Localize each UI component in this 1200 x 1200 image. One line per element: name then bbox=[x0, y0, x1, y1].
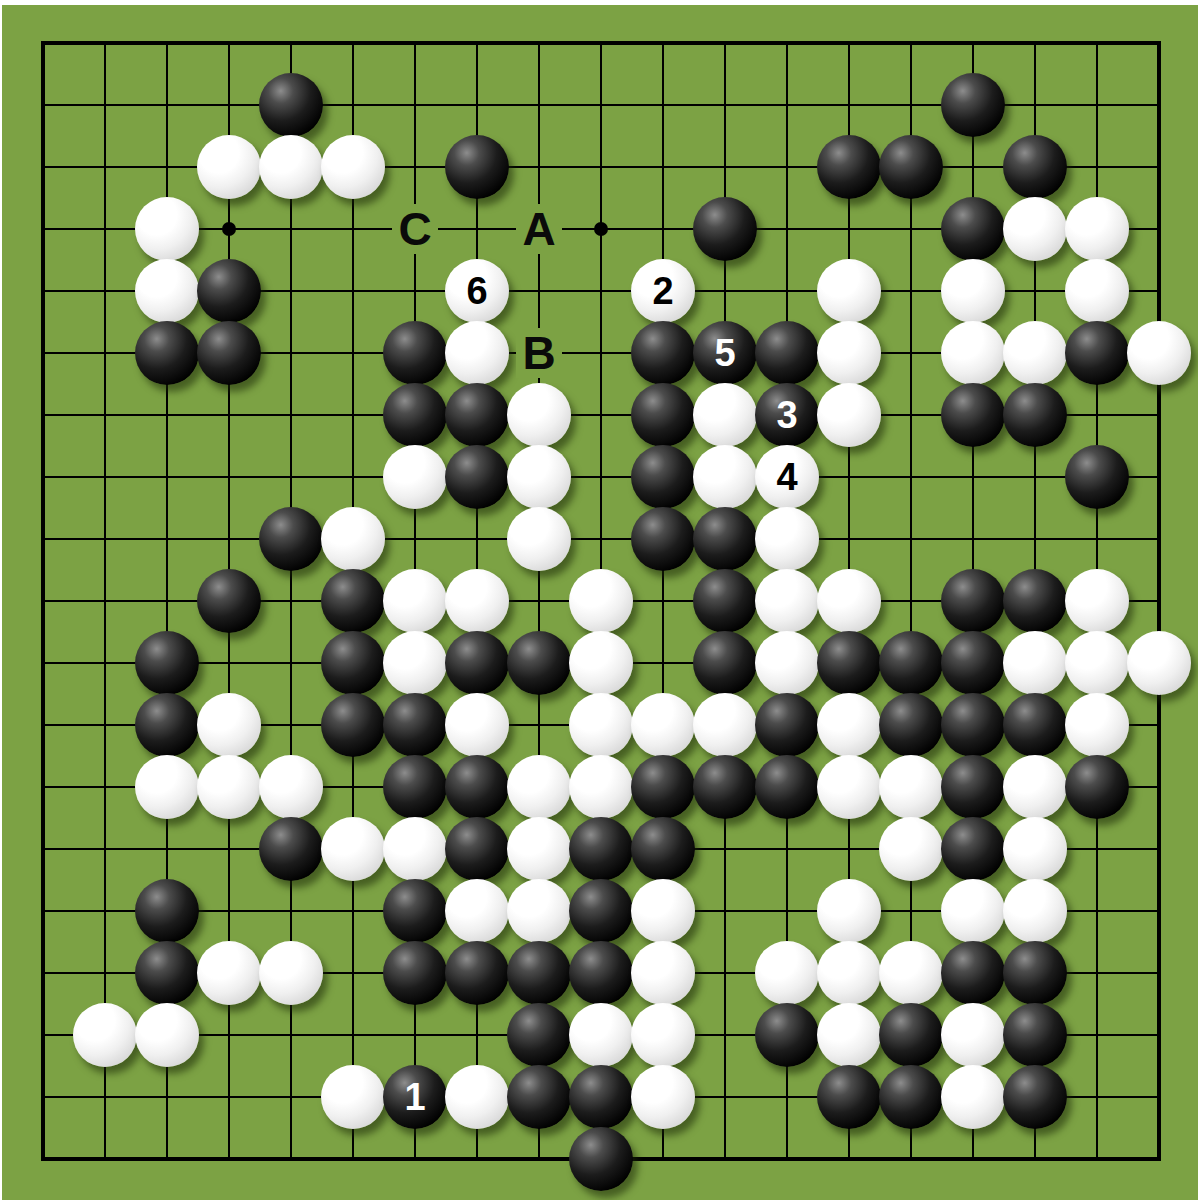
white-stone bbox=[631, 1065, 695, 1129]
black-stone bbox=[693, 321, 757, 385]
black-stone bbox=[445, 755, 509, 819]
white-stone bbox=[631, 693, 695, 757]
black-stone bbox=[507, 941, 571, 1005]
black-stone bbox=[445, 631, 509, 695]
black-stone bbox=[631, 445, 695, 509]
black-stone bbox=[135, 941, 199, 1005]
black-stone bbox=[631, 817, 695, 881]
white-stone bbox=[1127, 631, 1191, 695]
black-stone bbox=[755, 321, 819, 385]
black-stone bbox=[941, 941, 1005, 1005]
black-stone bbox=[693, 507, 757, 571]
white-stone bbox=[73, 1003, 137, 1067]
black-stone bbox=[755, 383, 819, 447]
black-stone bbox=[941, 693, 1005, 757]
black-stone bbox=[631, 321, 695, 385]
black-stone bbox=[631, 755, 695, 819]
white-stone bbox=[1127, 321, 1191, 385]
black-stone bbox=[879, 135, 943, 199]
black-stone bbox=[693, 197, 757, 261]
black-stone bbox=[1003, 1003, 1067, 1067]
star-point bbox=[594, 222, 608, 236]
black-stone bbox=[879, 631, 943, 695]
white-stone bbox=[507, 383, 571, 447]
black-stone bbox=[941, 755, 1005, 819]
white-stone bbox=[445, 693, 509, 757]
black-stone bbox=[1003, 569, 1067, 633]
white-stone bbox=[817, 383, 881, 447]
white-stone bbox=[507, 817, 571, 881]
black-stone bbox=[569, 1127, 633, 1191]
black-stone bbox=[383, 321, 447, 385]
white-stone bbox=[693, 445, 757, 509]
white-stone bbox=[693, 693, 757, 757]
black-stone bbox=[259, 73, 323, 137]
black-stone bbox=[135, 693, 199, 757]
black-stone bbox=[383, 879, 447, 943]
white-stone bbox=[817, 569, 881, 633]
white-stone bbox=[631, 259, 695, 323]
white-stone bbox=[1065, 693, 1129, 757]
white-stone bbox=[383, 569, 447, 633]
black-stone bbox=[569, 817, 633, 881]
white-stone bbox=[631, 879, 695, 943]
white-stone bbox=[445, 321, 509, 385]
white-stone bbox=[383, 817, 447, 881]
black-stone bbox=[507, 1003, 571, 1067]
black-stone bbox=[445, 941, 509, 1005]
white-stone bbox=[321, 507, 385, 571]
black-stone bbox=[755, 755, 819, 819]
white-stone bbox=[817, 1003, 881, 1067]
page: ABC123456 bbox=[0, 0, 1200, 1200]
white-stone bbox=[941, 1003, 1005, 1067]
white-stone bbox=[755, 569, 819, 633]
go-board: ABC123456 bbox=[2, 5, 1198, 1200]
black-stone bbox=[507, 631, 571, 695]
white-stone bbox=[879, 941, 943, 1005]
white-stone bbox=[507, 879, 571, 943]
black-stone bbox=[1003, 941, 1067, 1005]
black-stone bbox=[197, 569, 261, 633]
black-stone bbox=[383, 1065, 447, 1129]
white-stone bbox=[569, 569, 633, 633]
black-stone bbox=[197, 259, 261, 323]
black-stone bbox=[321, 631, 385, 695]
white-stone bbox=[135, 1003, 199, 1067]
white-stone bbox=[879, 817, 943, 881]
black-stone bbox=[941, 817, 1005, 881]
black-stone bbox=[879, 693, 943, 757]
white-stone bbox=[569, 1003, 633, 1067]
white-stone bbox=[383, 445, 447, 509]
white-stone bbox=[755, 445, 819, 509]
black-stone bbox=[507, 1065, 571, 1129]
black-stone bbox=[631, 507, 695, 571]
point-letter-label: A bbox=[516, 204, 562, 254]
white-stone bbox=[445, 569, 509, 633]
white-stone bbox=[755, 941, 819, 1005]
white-stone bbox=[941, 321, 1005, 385]
black-stone bbox=[569, 1065, 633, 1129]
white-stone bbox=[197, 941, 261, 1005]
white-stone bbox=[507, 755, 571, 819]
white-stone bbox=[817, 755, 881, 819]
black-stone bbox=[383, 941, 447, 1005]
white-stone bbox=[817, 259, 881, 323]
black-stone bbox=[135, 631, 199, 695]
black-stone bbox=[569, 941, 633, 1005]
black-stone bbox=[817, 135, 881, 199]
white-stone bbox=[569, 693, 633, 757]
white-stone bbox=[569, 755, 633, 819]
white-stone bbox=[259, 755, 323, 819]
white-stone bbox=[817, 321, 881, 385]
white-stone bbox=[197, 755, 261, 819]
black-stone bbox=[755, 693, 819, 757]
black-stone bbox=[941, 383, 1005, 447]
black-stone bbox=[321, 569, 385, 633]
white-stone bbox=[1003, 197, 1067, 261]
black-stone bbox=[817, 1065, 881, 1129]
white-stone bbox=[507, 507, 571, 571]
white-stone bbox=[197, 135, 261, 199]
white-stone bbox=[569, 631, 633, 695]
black-stone bbox=[631, 383, 695, 447]
white-stone bbox=[1065, 631, 1129, 695]
white-stone bbox=[941, 1065, 1005, 1129]
black-stone bbox=[1003, 135, 1067, 199]
white-stone bbox=[135, 259, 199, 323]
white-stone bbox=[259, 941, 323, 1005]
black-stone bbox=[941, 569, 1005, 633]
black-stone bbox=[879, 1003, 943, 1067]
white-stone bbox=[941, 259, 1005, 323]
white-stone bbox=[1003, 321, 1067, 385]
black-stone bbox=[445, 817, 509, 881]
black-stone bbox=[259, 507, 323, 571]
black-stone bbox=[693, 631, 757, 695]
white-stone bbox=[507, 445, 571, 509]
black-stone bbox=[1003, 383, 1067, 447]
black-stone bbox=[941, 631, 1005, 695]
white-stone bbox=[445, 879, 509, 943]
white-stone bbox=[135, 755, 199, 819]
white-stone bbox=[197, 693, 261, 757]
black-stone bbox=[1065, 755, 1129, 819]
black-stone bbox=[135, 321, 199, 385]
black-stone bbox=[941, 73, 1005, 137]
black-stone bbox=[135, 879, 199, 943]
black-stone bbox=[259, 817, 323, 881]
black-stone bbox=[569, 879, 633, 943]
black-stone bbox=[383, 693, 447, 757]
black-stone bbox=[445, 445, 509, 509]
black-stone bbox=[1003, 693, 1067, 757]
white-stone bbox=[321, 1065, 385, 1129]
point-letter-label: C bbox=[392, 204, 438, 254]
white-stone bbox=[631, 941, 695, 1005]
black-stone bbox=[693, 755, 757, 819]
white-stone bbox=[693, 383, 757, 447]
white-stone bbox=[1065, 259, 1129, 323]
white-stone bbox=[259, 135, 323, 199]
black-stone bbox=[1065, 321, 1129, 385]
white-stone bbox=[817, 693, 881, 757]
white-stone bbox=[1065, 197, 1129, 261]
black-stone bbox=[879, 1065, 943, 1129]
white-stone bbox=[879, 755, 943, 819]
black-stone bbox=[383, 755, 447, 819]
white-stone bbox=[1003, 755, 1067, 819]
black-stone bbox=[817, 631, 881, 695]
point-letter-label: B bbox=[516, 328, 562, 378]
white-stone bbox=[817, 879, 881, 943]
white-stone bbox=[755, 507, 819, 571]
white-stone bbox=[445, 1065, 509, 1129]
white-stone bbox=[941, 879, 1005, 943]
black-stone bbox=[445, 383, 509, 447]
white-stone bbox=[1003, 817, 1067, 881]
white-stone bbox=[1065, 569, 1129, 633]
black-stone bbox=[755, 1003, 819, 1067]
black-stone bbox=[321, 693, 385, 757]
black-stone bbox=[383, 383, 447, 447]
white-stone bbox=[631, 1003, 695, 1067]
white-stone bbox=[817, 941, 881, 1005]
black-stone bbox=[197, 321, 261, 385]
white-stone bbox=[321, 135, 385, 199]
white-stone bbox=[1003, 631, 1067, 695]
white-stone bbox=[383, 631, 447, 695]
black-stone bbox=[445, 135, 509, 199]
black-stone bbox=[941, 197, 1005, 261]
white-stone bbox=[321, 817, 385, 881]
white-stone bbox=[135, 197, 199, 261]
white-stone bbox=[445, 259, 509, 323]
black-stone bbox=[693, 569, 757, 633]
white-stone bbox=[755, 631, 819, 695]
black-stone bbox=[1003, 1065, 1067, 1129]
white-stone bbox=[1003, 879, 1067, 943]
star-point bbox=[222, 222, 236, 236]
black-stone bbox=[1065, 445, 1129, 509]
